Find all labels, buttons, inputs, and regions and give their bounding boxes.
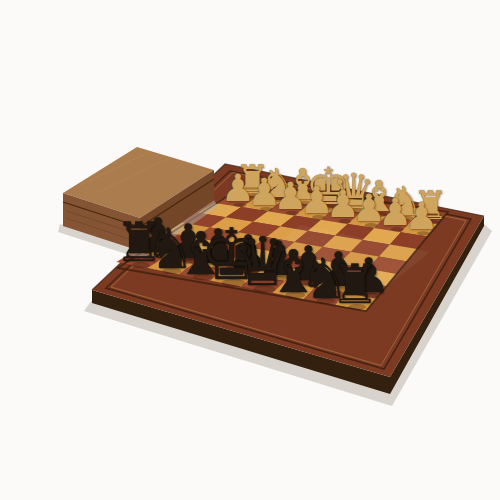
piece-shadow-b2 xyxy=(391,227,404,231)
piece-shadow-h1 xyxy=(247,194,260,198)
piece-shadow-a2 xyxy=(417,231,430,235)
piece-shadow-e2 xyxy=(312,215,325,219)
piece-shadow-g2 xyxy=(260,207,273,211)
piece-shadow-f1 xyxy=(298,201,312,206)
piece-shadow-d8 xyxy=(253,285,276,292)
piece-shadow-b1 xyxy=(400,216,414,220)
piece-shadow-g7 xyxy=(182,259,198,264)
piece-shadow-a1 xyxy=(425,220,438,224)
piece-shadow-a8 xyxy=(348,304,366,310)
piece-shadow-d7 xyxy=(272,276,288,281)
chess-board-and-box-graphic xyxy=(0,0,500,500)
piece-shadow-f7 xyxy=(212,265,228,270)
piece-shadow-f8 xyxy=(193,274,213,281)
piece-shadow-e7 xyxy=(242,270,258,275)
piece-shadow-b8 xyxy=(317,298,336,304)
piece-shadow-h7 xyxy=(152,253,168,258)
piece-shadow-c7 xyxy=(302,282,318,287)
piece-shadow-d2 xyxy=(338,219,351,223)
piece-shadow-g8 xyxy=(162,268,181,274)
piece-shadow-f2 xyxy=(286,211,299,215)
piece-shadow-d1 xyxy=(348,208,364,213)
piece-shadow-b7 xyxy=(332,287,348,292)
piece-shadow-h8 xyxy=(132,262,150,268)
piece-shadow-a7 xyxy=(363,293,379,298)
piece-shadow-e8 xyxy=(222,279,246,287)
piece-shadow-e1 xyxy=(322,204,339,210)
piece-shadow-g1 xyxy=(273,198,287,202)
piece-shadow-c1 xyxy=(374,212,388,217)
piece-shadow-c8 xyxy=(285,292,305,299)
photo-scene: ♜♞♝♛♚♝♞♜♟♟♟♟♟♟♟♟♟♟♟♟♟♟♟♟♜♞♝♛♚♝♞♜ xyxy=(0,0,500,500)
piece-shadow-h2 xyxy=(234,203,247,207)
piece-shadow-c2 xyxy=(365,223,378,227)
